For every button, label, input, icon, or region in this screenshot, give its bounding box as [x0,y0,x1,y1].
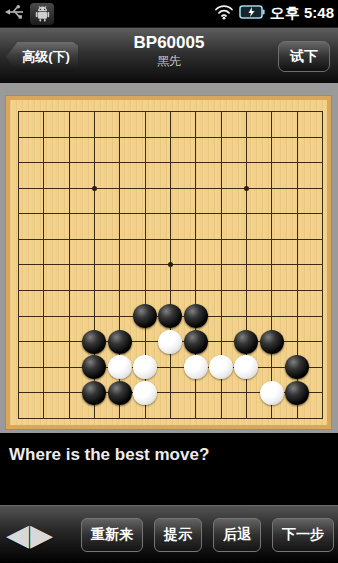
usb-icon [4,3,26,25]
stone-black [184,330,208,354]
grid-line [18,290,323,291]
wifi-icon [214,4,234,24]
board-grid[interactable] [18,111,323,419]
stone-white [260,381,284,405]
stone-white [158,330,182,354]
star-point [92,186,97,191]
restart-button[interactable]: 重新来 [81,518,143,552]
status-bar: 오후 5:48 [0,0,338,28]
header-bar: 高级(下) BP60005 黑先 试下 [0,28,338,83]
star-point [168,262,173,267]
undo-button[interactable]: 后退 [213,518,261,552]
go-board [5,95,332,430]
star-point [244,186,249,191]
stone-black [260,330,284,354]
try-move-button-label: 试下 [290,48,318,66]
toolbar-buttons: 重新来 提示 后退 下一步 [81,518,334,552]
stone-white [234,355,258,379]
stone-white [133,355,157,379]
stone-black [158,304,182,328]
question-text: Where is the best move? [9,445,209,464]
stone-black [82,381,106,405]
stone-black [184,304,208,328]
stone-black [234,330,258,354]
stone-black [285,355,309,379]
battery-charging-icon [239,4,265,24]
stone-white [133,381,157,405]
stone-black [285,381,309,405]
grid-line [18,367,323,368]
question-panel: Where is the best move? [0,433,338,505]
stone-black [82,355,106,379]
stone-black [108,381,132,405]
stone-black [82,330,106,354]
undo-button-label: 后退 [223,526,251,544]
stone-white [108,355,132,379]
try-move-button[interactable]: 试下 [278,41,330,72]
restart-button-label: 重新来 [91,526,133,544]
grid-line [271,111,272,419]
grid-line [322,111,323,419]
hint-button[interactable]: 提示 [154,518,202,552]
next-step-button[interactable]: 下一步 [272,518,334,552]
hint-button-label: 提示 [164,526,192,544]
grid-line [18,418,323,419]
status-clock: 오후 5:48 [270,4,334,23]
nav-arrows: ◀ ▶ [6,520,53,550]
android-icon [30,3,54,25]
next-step-button-label: 下一步 [282,526,324,544]
bottom-toolbar: ◀ ▶ 重新来 提示 后退 下一步 [0,505,338,563]
board-area [0,83,338,433]
stone-black [108,330,132,354]
stone-black [133,304,157,328]
stone-white [209,355,233,379]
next-arrow-icon[interactable]: ▶ [30,520,53,550]
stone-white [184,355,208,379]
prev-arrow-icon[interactable]: ◀ [6,520,29,550]
